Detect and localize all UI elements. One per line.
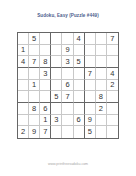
- cell-r1c8: [96, 33, 107, 45]
- cell-r5c2: 1: [29, 80, 40, 92]
- cell-r5c7: [85, 80, 96, 92]
- cell-r7c2: 8: [29, 103, 40, 115]
- cell-r7c3: 6: [40, 103, 51, 115]
- cell-r3c4: [51, 56, 62, 68]
- cell-r3c3: 8: [40, 56, 51, 68]
- cell-r7c5: [62, 103, 73, 115]
- cell-r6c1: [18, 91, 29, 103]
- cell-r8c9: [107, 115, 118, 127]
- cell-r3c2: 7: [29, 56, 40, 68]
- cell-r9c1: 2: [18, 126, 29, 138]
- cell-r8c3: 1: [40, 115, 51, 127]
- sudoku-grid: 547194783537416257886213692975: [17, 32, 119, 139]
- cell-r8c2: [29, 115, 40, 127]
- cell-r4c8: [96, 68, 107, 80]
- cell-r5c9: 2: [107, 80, 118, 92]
- cell-r4c3: 3: [40, 68, 51, 80]
- cell-r9c9: [107, 126, 118, 138]
- cell-r6c5: 7: [62, 91, 73, 103]
- cell-r2c7: [85, 45, 96, 57]
- cell-r6c6: [74, 91, 85, 103]
- cell-r5c6: [74, 80, 85, 92]
- cell-r6c8: 8: [96, 91, 107, 103]
- cell-r5c8: [96, 80, 107, 92]
- cell-r6c9: [107, 91, 118, 103]
- cell-r2c6: [74, 45, 85, 57]
- cell-r4c6: [74, 68, 85, 80]
- cell-r1c6: 4: [74, 33, 85, 45]
- cell-r3c8: [96, 56, 107, 68]
- cell-r3c9: [107, 56, 118, 68]
- cell-r9c5: [62, 126, 73, 138]
- cell-r3c5: 3: [62, 56, 73, 68]
- cell-r7c4: [51, 103, 62, 115]
- cell-r3c6: 5: [74, 56, 85, 68]
- cell-r1c5: [62, 33, 73, 45]
- cell-r9c2: 9: [29, 126, 40, 138]
- cell-r1c2: 5: [29, 33, 40, 45]
- cell-r5c3: [40, 80, 51, 92]
- cell-r7c9: [107, 103, 118, 115]
- cell-r9c7: 5: [85, 126, 96, 138]
- cell-r1c3: [40, 33, 51, 45]
- cell-r2c3: [40, 45, 51, 57]
- cell-r2c9: [107, 45, 118, 57]
- cell-r6c7: [85, 91, 96, 103]
- cell-r6c4: 5: [51, 91, 62, 103]
- page: { "game": "sudoku", "title": "Sudoku, Ea…: [0, 0, 136, 176]
- cell-r8c1: [18, 115, 29, 127]
- cell-r2c2: [29, 45, 40, 57]
- cell-r8c7: 9: [85, 115, 96, 127]
- cell-r5c4: [51, 80, 62, 92]
- cell-r7c7: [85, 103, 96, 115]
- cell-r1c7: [85, 33, 96, 45]
- cell-r8c5: [62, 115, 73, 127]
- cell-r4c1: [18, 68, 29, 80]
- cell-r4c4: [51, 68, 62, 80]
- cell-r4c9: 4: [107, 68, 118, 80]
- footer-url: www.printfreesudoku.com: [0, 162, 136, 166]
- cell-r8c8: [96, 115, 107, 127]
- cell-r6c2: [29, 91, 40, 103]
- cell-r5c1: [18, 80, 29, 92]
- cell-r6c3: [40, 91, 51, 103]
- cell-r5c5: 6: [62, 80, 73, 92]
- cell-r4c2: [29, 68, 40, 80]
- cell-r3c1: 4: [18, 56, 29, 68]
- cell-r8c6: 6: [74, 115, 85, 127]
- cell-r7c1: [18, 103, 29, 115]
- cell-r9c6: [74, 126, 85, 138]
- cell-r8c4: 3: [51, 115, 62, 127]
- cell-r4c7: 7: [85, 68, 96, 80]
- cell-r9c3: 7: [40, 126, 51, 138]
- cell-r9c4: [51, 126, 62, 138]
- cell-r4c5: [62, 68, 73, 80]
- cell-r1c9: 7: [107, 33, 118, 45]
- cell-r7c6: [74, 103, 85, 115]
- cell-r1c4: [51, 33, 62, 45]
- cell-r2c4: [51, 45, 62, 57]
- cell-r7c8: 2: [96, 103, 107, 115]
- cell-r3c7: [85, 56, 96, 68]
- cell-r2c5: 9: [62, 45, 73, 57]
- page-title: Sudoku, Easy (Puzzle #449): [0, 13, 136, 18]
- cell-r2c8: [96, 45, 107, 57]
- cell-r1c1: [18, 33, 29, 45]
- cell-r2c1: 1: [18, 45, 29, 57]
- cell-r9c8: [96, 126, 107, 138]
